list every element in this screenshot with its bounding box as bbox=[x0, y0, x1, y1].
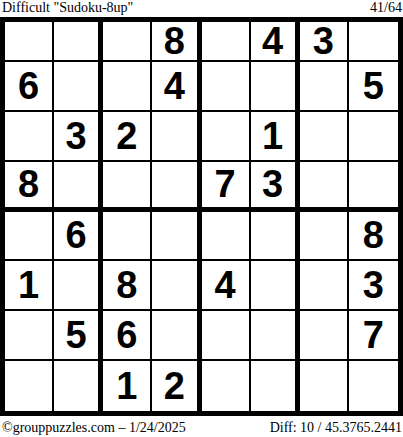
cell-r7c4 bbox=[152, 311, 201, 361]
cell-r7c1 bbox=[5, 311, 54, 361]
cell-r8c5 bbox=[202, 361, 251, 411]
sudoku-grid: 84364532187368184356712 bbox=[0, 17, 403, 416]
cell-r4c7 bbox=[300, 162, 349, 212]
cell-r6c5: 4 bbox=[202, 261, 251, 311]
cell-r8c7 bbox=[300, 361, 349, 411]
cell-r1c2 bbox=[54, 22, 103, 62]
cell-r3c4 bbox=[152, 112, 201, 162]
cell-r5c8: 8 bbox=[349, 212, 398, 262]
cell-r7c7 bbox=[300, 311, 349, 361]
cell-r5c5 bbox=[202, 212, 251, 262]
cell-r2c7 bbox=[300, 62, 349, 112]
cell-r7c5 bbox=[202, 311, 251, 361]
puzzle-title: Difficult "Sudoku-8up" bbox=[2, 0, 133, 16]
cell-r4c2 bbox=[54, 162, 103, 212]
cell-r2c6 bbox=[251, 62, 300, 112]
cell-r4c5: 7 bbox=[202, 162, 251, 212]
copyright-text: ©grouppuzzles.com – 1/24/2025 bbox=[2, 420, 186, 436]
cell-r3c1 bbox=[5, 112, 54, 162]
cell-r8c6 bbox=[251, 361, 300, 411]
cell-r5c7 bbox=[300, 212, 349, 262]
cell-r1c5 bbox=[202, 22, 251, 62]
cell-r2c5 bbox=[202, 62, 251, 112]
cell-r6c2 bbox=[54, 261, 103, 311]
cell-r6c8: 3 bbox=[349, 261, 398, 311]
cell-r6c7 bbox=[300, 261, 349, 311]
cell-r1c6: 4 bbox=[251, 22, 300, 62]
cell-r7c2: 5 bbox=[54, 311, 103, 361]
cell-r8c8 bbox=[349, 361, 398, 411]
cell-r3c2: 3 bbox=[54, 112, 103, 162]
cell-r8c2 bbox=[54, 361, 103, 411]
cell-r2c8: 5 bbox=[349, 62, 398, 112]
cell-r7c3: 6 bbox=[103, 311, 152, 361]
cell-r4c8 bbox=[349, 162, 398, 212]
cell-r7c6 bbox=[251, 311, 300, 361]
page-number: 41/64 bbox=[370, 0, 402, 16]
cell-r5c6 bbox=[251, 212, 300, 262]
cell-r7c8: 7 bbox=[349, 311, 398, 361]
cell-r4c3 bbox=[103, 162, 152, 212]
cell-r6c3: 8 bbox=[103, 261, 152, 311]
cell-r3c5 bbox=[202, 112, 251, 162]
cell-r2c2 bbox=[54, 62, 103, 112]
cell-r6c4 bbox=[152, 261, 201, 311]
cell-r2c1: 6 bbox=[5, 62, 54, 112]
cell-r3c8 bbox=[349, 112, 398, 162]
difficulty-text: Diff: 10 / 45.3765.2441 bbox=[270, 420, 402, 436]
puzzle-page: Difficult "Sudoku-8up" 41/64 84364532187… bbox=[0, 0, 403, 437]
cell-r5c1 bbox=[5, 212, 54, 262]
cell-r4c1: 8 bbox=[5, 162, 54, 212]
cell-r8c1 bbox=[5, 361, 54, 411]
cell-r8c4: 2 bbox=[152, 361, 201, 411]
cell-r1c7: 3 bbox=[300, 22, 349, 62]
cell-r1c4: 8 bbox=[152, 22, 201, 62]
cell-r2c4: 4 bbox=[152, 62, 201, 112]
cell-r5c2: 6 bbox=[54, 212, 103, 262]
cell-r6c6 bbox=[251, 261, 300, 311]
cell-r6c1: 1 bbox=[5, 261, 54, 311]
cell-r1c8 bbox=[349, 22, 398, 62]
cell-r5c3 bbox=[103, 212, 152, 262]
cell-r2c3 bbox=[103, 62, 152, 112]
cell-r1c1 bbox=[5, 22, 54, 62]
cell-r1c3 bbox=[103, 22, 152, 62]
cell-r4c6: 3 bbox=[251, 162, 300, 212]
cell-r3c6: 1 bbox=[251, 112, 300, 162]
cell-r4c4 bbox=[152, 162, 201, 212]
cell-r8c3: 1 bbox=[103, 361, 152, 411]
cell-r3c3: 2 bbox=[103, 112, 152, 162]
cell-r5c4 bbox=[152, 212, 201, 262]
cell-r3c7 bbox=[300, 112, 349, 162]
